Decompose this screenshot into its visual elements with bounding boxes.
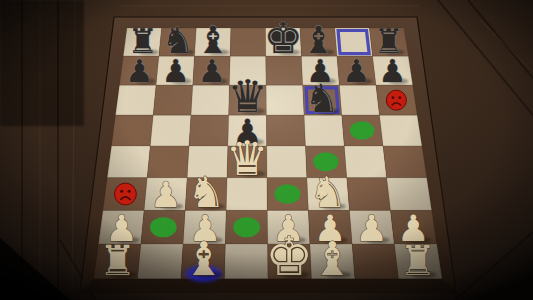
square-g6[interactable] [339, 85, 379, 115]
square-d8[interactable] [230, 28, 266, 56]
chess-board-3d: ♜♞♝♚♝♜♟♟♟♟♟♟♛♞♟♛♟♞♞♟♟♟♟♟♟♜♝♚♝♜ [0, 0, 533, 300]
square-a4[interactable] [107, 146, 150, 178]
chess-app-screen: ♜♞♝♚♝♜♟♟♟♟♟♟♛♞♟♛♟♞♞♟♟♟♟♟♟♜♝♚♝♜ [0, 0, 533, 300]
square-e6[interactable] [266, 85, 304, 115]
piece-white-king-e1[interactable]: ♚ [265, 225, 313, 288]
legal-move-dot-e3[interactable] [274, 184, 300, 204]
square-d1[interactable] [225, 244, 269, 279]
red-sad-face-h6[interactable] [386, 90, 406, 110]
piece-white-bishop-f1[interactable]: ♝ [311, 232, 353, 286]
square-e4[interactable] [267, 146, 307, 178]
square-a6[interactable] [116, 85, 157, 115]
red-sad-face-a3[interactable] [114, 183, 136, 205]
piece-white-pawn-b3[interactable]: ♟ [150, 174, 182, 215]
sad-face-eye [120, 190, 123, 193]
square-g4[interactable] [344, 146, 386, 178]
piece-black-pawn-g7[interactable]: ♟ [342, 53, 370, 89]
square-h3[interactable] [387, 178, 432, 211]
piece-white-bishop-c1[interactable]: ♝ [183, 232, 225, 286]
sad-face-eye [128, 190, 131, 193]
piece-black-pawn-a7[interactable]: ♟ [125, 53, 153, 89]
piece-white-queen-d4[interactable]: ♛ [226, 131, 269, 186]
sad-face-circle [114, 183, 136, 205]
piece-black-pawn-h7[interactable]: ♟ [378, 53, 406, 89]
square-h4[interactable] [383, 146, 427, 178]
piece-white-pawn-g2[interactable]: ♟ [355, 207, 388, 250]
piece-black-king-e8[interactable]: ♚ [264, 13, 303, 63]
square-b4[interactable] [147, 146, 189, 178]
sad-face-circle [386, 90, 406, 110]
sad-face-eye [392, 96, 395, 99]
square-b6[interactable] [153, 85, 193, 115]
square-a5[interactable] [112, 115, 154, 146]
legal-move-dot-d2[interactable] [233, 217, 260, 237]
square-b5[interactable] [150, 115, 191, 146]
square-c6[interactable] [191, 85, 229, 115]
square-h5[interactable] [380, 115, 422, 146]
piece-black-knight-f6[interactable]: ♞ [305, 76, 340, 121]
legal-move-dot-b2[interactable] [150, 217, 177, 237]
square-g3[interactable] [347, 178, 391, 211]
piece-black-pawn-c7[interactable]: ♟ [198, 53, 226, 89]
piece-white-rook-a1[interactable]: ♜ [99, 236, 136, 285]
piece-white-rook-h1[interactable]: ♜ [399, 236, 436, 285]
piece-black-pawn-b7[interactable]: ♟ [162, 53, 190, 89]
legal-move-dot-g5[interactable] [350, 121, 374, 139]
square-c5[interactable] [189, 115, 229, 146]
sad-face-eye [398, 96, 401, 99]
square-b1[interactable] [138, 244, 184, 279]
square-e5[interactable] [266, 115, 305, 146]
